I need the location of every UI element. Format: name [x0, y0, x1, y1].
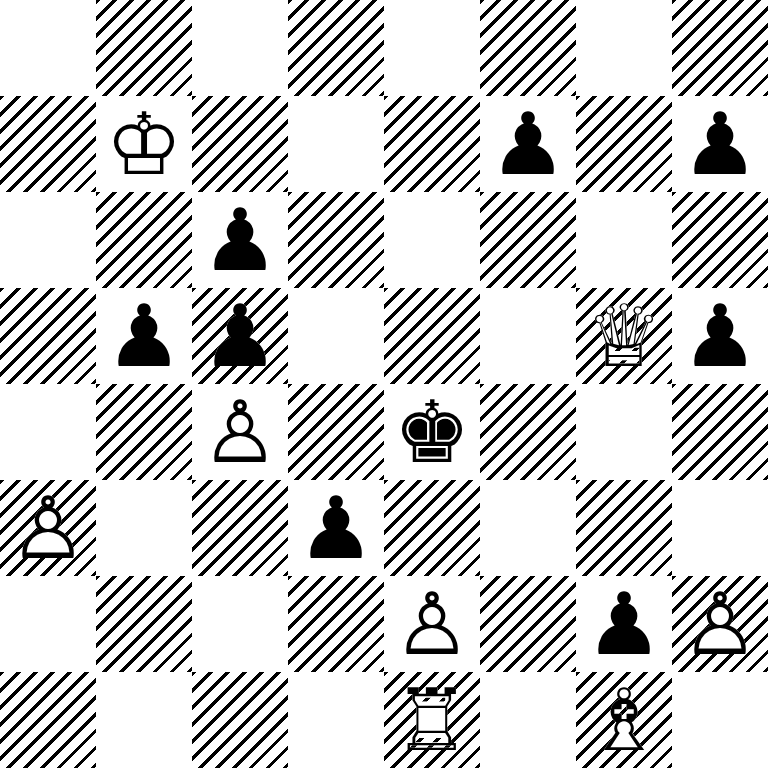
square-b5[interactable]: ♟♟ [96, 288, 192, 384]
white-pawn-glyph: ♙ [384, 576, 480, 672]
square-c4[interactable]: ♟♙ [192, 384, 288, 480]
square-g5[interactable]: ♛♕ [576, 288, 672, 384]
square-d4[interactable] [288, 384, 384, 480]
square-b6[interactable] [96, 192, 192, 288]
square-h2[interactable]: ♟♙ [672, 576, 768, 672]
black-pawn[interactable]: ♟♟ [96, 288, 192, 384]
white-pawn[interactable]: ♟♙ [384, 576, 480, 672]
square-b4[interactable] [96, 384, 192, 480]
square-g4[interactable] [576, 384, 672, 480]
square-e1[interactable]: ♜♖ [384, 672, 480, 768]
white-pawn[interactable]: ♟♙ [0, 480, 96, 576]
white-rook-glyph: ♖ [384, 672, 480, 768]
square-d2[interactable] [288, 576, 384, 672]
white-king-glyph: ♔ [96, 96, 192, 192]
square-d8[interactable] [288, 0, 384, 96]
square-b3[interactable] [96, 480, 192, 576]
square-d7[interactable] [288, 96, 384, 192]
square-b7[interactable]: ♚♔ [96, 96, 192, 192]
white-pawn[interactable]: ♟♙ [672, 576, 768, 672]
square-h8[interactable] [672, 0, 768, 96]
square-f2[interactable] [480, 576, 576, 672]
square-c5[interactable]: ♟♟ [192, 288, 288, 384]
square-a8[interactable] [0, 0, 96, 96]
square-a6[interactable] [0, 192, 96, 288]
black-king[interactable]: ♚♚ [384, 384, 480, 480]
square-d5[interactable] [288, 288, 384, 384]
square-d1[interactable] [288, 672, 384, 768]
square-g2[interactable]: ♟♟ [576, 576, 672, 672]
black-pawn[interactable]: ♟♟ [192, 192, 288, 288]
white-pawn-glyph: ♙ [0, 480, 96, 576]
square-h6[interactable] [672, 192, 768, 288]
square-d6[interactable] [288, 192, 384, 288]
black-pawn-glyph: ♟ [576, 576, 672, 672]
square-h3[interactable] [672, 480, 768, 576]
square-h4[interactable] [672, 384, 768, 480]
square-f8[interactable] [480, 0, 576, 96]
square-e5[interactable] [384, 288, 480, 384]
square-a3[interactable]: ♟♙ [0, 480, 96, 576]
square-h5[interactable]: ♟♟ [672, 288, 768, 384]
square-c1[interactable] [192, 672, 288, 768]
square-e6[interactable] [384, 192, 480, 288]
black-pawn[interactable]: ♟♟ [192, 288, 288, 384]
black-pawn-glyph: ♟ [288, 480, 384, 576]
square-e8[interactable] [384, 0, 480, 96]
square-f4[interactable] [480, 384, 576, 480]
white-pawn-glyph: ♙ [192, 384, 288, 480]
black-pawn-glyph: ♟ [672, 288, 768, 384]
square-a2[interactable] [0, 576, 96, 672]
white-queen[interactable]: ♛♕ [576, 288, 672, 384]
square-d3[interactable]: ♟♟ [288, 480, 384, 576]
square-f6[interactable] [480, 192, 576, 288]
black-pawn[interactable]: ♟♟ [576, 576, 672, 672]
black-pawn-glyph: ♟ [192, 192, 288, 288]
black-pawn-glyph: ♟ [192, 288, 288, 384]
white-pawn[interactable]: ♟♙ [192, 384, 288, 480]
square-a1[interactable] [0, 672, 96, 768]
white-queen-glyph: ♕ [576, 288, 672, 384]
square-c6[interactable]: ♟♟ [192, 192, 288, 288]
square-e3[interactable] [384, 480, 480, 576]
square-h1[interactable] [672, 672, 768, 768]
white-king[interactable]: ♚♔ [96, 96, 192, 192]
square-f7[interactable]: ♟♟ [480, 96, 576, 192]
square-f5[interactable] [480, 288, 576, 384]
square-h7[interactable]: ♟♟ [672, 96, 768, 192]
square-a7[interactable] [0, 96, 96, 192]
square-b8[interactable] [96, 0, 192, 96]
square-g6[interactable] [576, 192, 672, 288]
square-c8[interactable] [192, 0, 288, 96]
square-b2[interactable] [96, 576, 192, 672]
black-pawn[interactable]: ♟♟ [672, 96, 768, 192]
square-c3[interactable] [192, 480, 288, 576]
chess-board: ♚♔♟♟♟♟♟♟♟♟♟♟♛♕♟♟♟♙♚♚♟♙♟♟♟♙♟♟♟♙♜♖♝♗ [0, 0, 768, 768]
black-king-glyph: ♚ [384, 384, 480, 480]
white-pawn-glyph: ♙ [672, 576, 768, 672]
square-f1[interactable] [480, 672, 576, 768]
black-pawn[interactable]: ♟♟ [480, 96, 576, 192]
black-pawn-glyph: ♟ [480, 96, 576, 192]
square-c7[interactable] [192, 96, 288, 192]
square-e2[interactable]: ♟♙ [384, 576, 480, 672]
square-a5[interactable] [0, 288, 96, 384]
black-pawn-glyph: ♟ [672, 96, 768, 192]
square-g7[interactable] [576, 96, 672, 192]
square-g3[interactable] [576, 480, 672, 576]
square-e4[interactable]: ♚♚ [384, 384, 480, 480]
black-pawn[interactable]: ♟♟ [672, 288, 768, 384]
square-e7[interactable] [384, 96, 480, 192]
square-c2[interactable] [192, 576, 288, 672]
square-b1[interactable] [96, 672, 192, 768]
square-g1[interactable]: ♝♗ [576, 672, 672, 768]
square-g8[interactable] [576, 0, 672, 96]
black-pawn-glyph: ♟ [96, 288, 192, 384]
white-bishop-glyph: ♗ [576, 672, 672, 768]
white-rook[interactable]: ♜♖ [384, 672, 480, 768]
square-f3[interactable] [480, 480, 576, 576]
white-bishop[interactable]: ♝♗ [576, 672, 672, 768]
black-pawn[interactable]: ♟♟ [288, 480, 384, 576]
square-a4[interactable] [0, 384, 96, 480]
